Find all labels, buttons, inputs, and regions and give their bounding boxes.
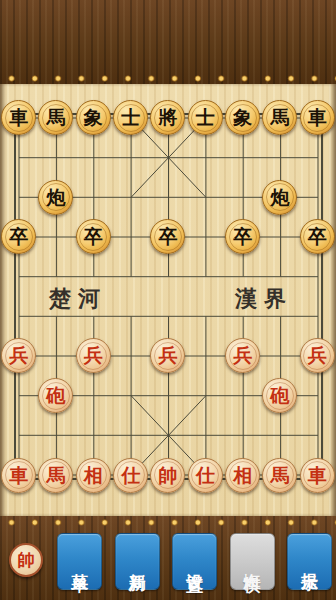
piece-black-horse-right[interactable]: 馬 bbox=[262, 100, 297, 135]
piece-red-advisor-left[interactable]: 仕 bbox=[113, 458, 148, 493]
piece-black-soldier-5[interactable]: 卒 bbox=[300, 219, 335, 254]
piece-red-chariot-left[interactable]: 車 bbox=[1, 458, 36, 493]
bottom-stud-row bbox=[0, 518, 336, 527]
top-wood-frame bbox=[0, 0, 336, 84]
piece-black-chariot-left[interactable]: 車 bbox=[1, 100, 36, 135]
undo-button[interactable]: 悔棋 bbox=[230, 533, 275, 590]
piece-red-cannon-right[interactable]: 砲 bbox=[262, 378, 297, 413]
top-stud-row bbox=[0, 74, 336, 83]
piece-red-soldier-3[interactable]: 兵 bbox=[150, 338, 185, 373]
piece-red-soldier-2[interactable]: 兵 bbox=[76, 338, 111, 373]
piece-red-soldier-1[interactable]: 兵 bbox=[1, 338, 36, 373]
piece-black-soldier-4[interactable]: 卒 bbox=[225, 219, 260, 254]
piece-red-soldier-5[interactable]: 兵 bbox=[300, 338, 335, 373]
piece-red-horse-right[interactable]: 馬 bbox=[262, 458, 297, 493]
settings-button-label: 设置 bbox=[183, 559, 206, 565]
piece-black-elephant-left[interactable]: 象 bbox=[76, 100, 111, 135]
menu-button-label: 菜单 bbox=[68, 559, 91, 565]
piece-black-cannon-right[interactable]: 炮 bbox=[262, 180, 297, 215]
piece-black-soldier-2[interactable]: 卒 bbox=[76, 219, 111, 254]
hint-button-label: 提示 bbox=[298, 559, 321, 565]
piece-black-advisor-left[interactable]: 士 bbox=[113, 100, 148, 135]
piece-red-chariot-right[interactable]: 車 bbox=[300, 458, 335, 493]
piece-black-general[interactable]: 將 bbox=[150, 100, 185, 135]
new-game-button[interactable]: 新局 bbox=[115, 533, 160, 590]
toolbar-buttons: 菜单 新局 设置 悔棋 提示 bbox=[57, 533, 332, 590]
piece-red-general[interactable]: 帥 bbox=[150, 458, 185, 493]
new-game-button-label: 新局 bbox=[126, 559, 149, 565]
piece-red-horse-left[interactable]: 馬 bbox=[38, 458, 73, 493]
bottom-toolbar: 帥 菜单 新局 设置 悔棋 提示 bbox=[0, 516, 336, 600]
piece-black-advisor-right[interactable]: 士 bbox=[188, 100, 223, 135]
settings-button[interactable]: 设置 bbox=[172, 533, 217, 590]
piece-red-cannon-left[interactable]: 砲 bbox=[38, 378, 73, 413]
piece-black-horse-left[interactable]: 馬 bbox=[38, 100, 73, 135]
piece-red-elephant-right[interactable]: 相 bbox=[225, 458, 260, 493]
piece-grid: 車馬象士將士象馬車炮炮卒卒卒卒卒兵兵兵兵兵砲砲車馬相仕帥仕相馬車 bbox=[0, 98, 336, 495]
undo-button-label: 悔棋 bbox=[241, 559, 264, 565]
piece-black-soldier-3[interactable]: 卒 bbox=[150, 219, 185, 254]
piece-black-chariot-right[interactable]: 車 bbox=[300, 100, 335, 135]
piece-black-elephant-right[interactable]: 象 bbox=[225, 100, 260, 135]
xiangqi-board[interactable]: 楚河 漢界 車馬象士將士象馬車炮炮卒卒卒卒卒兵兵兵兵兵砲砲車馬相仕帥仕相馬車 bbox=[0, 84, 336, 516]
piece-red-elephant-left[interactable]: 相 bbox=[76, 458, 111, 493]
piece-black-cannon-left[interactable]: 炮 bbox=[38, 180, 73, 215]
piece-red-soldier-4[interactable]: 兵 bbox=[225, 338, 260, 373]
red-general-icon[interactable]: 帥 bbox=[9, 543, 43, 577]
piece-black-soldier-1[interactable]: 卒 bbox=[1, 219, 36, 254]
piece-red-advisor-right[interactable]: 仕 bbox=[188, 458, 223, 493]
hint-button[interactable]: 提示 bbox=[287, 533, 332, 590]
menu-button[interactable]: 菜单 bbox=[57, 533, 102, 590]
xiangqi-app: 楚河 漢界 車馬象士將士象馬車炮炮卒卒卒卒卒兵兵兵兵兵砲砲車馬相仕帥仕相馬車 帥… bbox=[0, 0, 336, 600]
